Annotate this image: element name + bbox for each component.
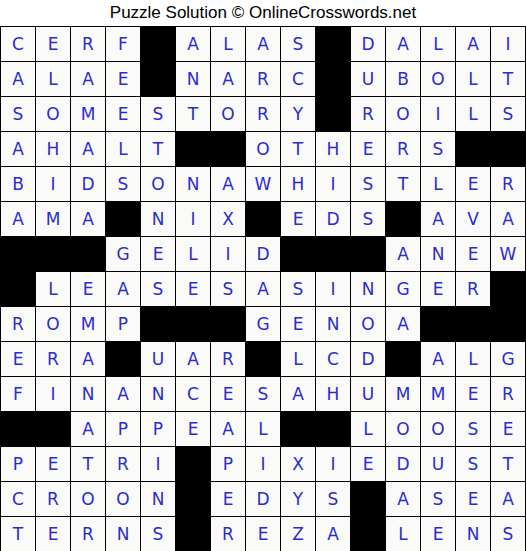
letter-cell: N xyxy=(106,517,141,551)
letter-cell: A xyxy=(386,237,421,272)
letter-cell: R xyxy=(211,342,246,377)
letter-cell: L xyxy=(456,342,491,377)
letter-cell: M xyxy=(71,97,106,132)
letter-cell: H xyxy=(316,132,351,167)
letter-cell: E xyxy=(211,482,246,517)
letter-cell: R xyxy=(246,62,281,97)
letter-cell: P xyxy=(211,447,246,482)
letter-cell: D xyxy=(246,482,281,517)
letter-cell: A xyxy=(421,342,456,377)
letter-cell: Z xyxy=(281,517,316,551)
letter-cell: W xyxy=(491,237,526,272)
black-cell xyxy=(456,307,491,342)
letter-cell: O xyxy=(421,412,456,447)
letter-cell: D xyxy=(246,237,281,272)
letter-cell: E xyxy=(421,272,456,307)
black-cell xyxy=(1,412,36,447)
letter-cell: P xyxy=(141,412,176,447)
letter-cell: H xyxy=(281,167,316,202)
letter-cell: R xyxy=(106,447,141,482)
black-cell xyxy=(351,517,386,551)
letter-cell: T xyxy=(71,447,106,482)
letter-cell: B xyxy=(1,167,36,202)
black-cell xyxy=(316,62,351,97)
letter-cell: O xyxy=(36,97,71,132)
letter-cell: E xyxy=(141,237,176,272)
black-cell xyxy=(421,307,456,342)
letter-cell: S xyxy=(456,447,491,482)
letter-cell: E xyxy=(351,447,386,482)
letter-cell: L xyxy=(211,27,246,62)
letter-cell: A xyxy=(1,62,36,97)
letter-cell: E xyxy=(176,412,211,447)
letter-cell: O xyxy=(386,97,421,132)
letter-cell: X xyxy=(211,202,246,237)
letter-cell: A xyxy=(316,517,351,551)
letter-cell: S xyxy=(106,167,141,202)
letter-cell: C xyxy=(1,27,36,62)
letter-cell: G xyxy=(386,272,421,307)
letter-cell: O xyxy=(246,132,281,167)
letter-cell: O xyxy=(36,307,71,342)
letter-cell: E xyxy=(491,412,526,447)
letter-cell: N xyxy=(141,202,176,237)
letter-cell: H xyxy=(36,132,71,167)
letter-cell: I xyxy=(36,377,71,412)
letter-cell: C xyxy=(176,377,211,412)
letter-cell: E xyxy=(36,447,71,482)
letter-cell: I xyxy=(176,202,211,237)
letter-cell: A xyxy=(246,27,281,62)
letter-cell: L xyxy=(106,132,141,167)
letter-cell: Y xyxy=(281,97,316,132)
letter-cell: S xyxy=(281,27,316,62)
letter-cell: D xyxy=(351,27,386,62)
letter-cell: E xyxy=(36,27,71,62)
letter-cell: M xyxy=(71,307,106,342)
letter-cell: E xyxy=(106,97,141,132)
letter-cell: T xyxy=(281,132,316,167)
letter-cell: I xyxy=(141,447,176,482)
letter-cell: S xyxy=(211,272,246,307)
black-cell xyxy=(491,132,526,167)
letter-cell: E xyxy=(176,272,211,307)
letter-cell: T xyxy=(386,167,421,202)
letter-cell: E xyxy=(456,237,491,272)
letter-cell: N xyxy=(176,167,211,202)
letter-cell: P xyxy=(106,307,141,342)
letter-cell: E xyxy=(456,167,491,202)
letter-cell: O xyxy=(141,167,176,202)
letter-cell: C xyxy=(281,62,316,97)
black-cell xyxy=(281,412,316,447)
letter-cell: R xyxy=(386,132,421,167)
black-cell xyxy=(351,237,386,272)
black-cell xyxy=(456,132,491,167)
letter-cell: P xyxy=(1,447,36,482)
letter-cell: L xyxy=(456,97,491,132)
crossword-grid: CERFALASDALAIALAENARCUBOLTSOMESTORYROILS… xyxy=(0,26,526,551)
letter-cell: A xyxy=(176,27,211,62)
letter-cell: I xyxy=(316,167,351,202)
black-cell xyxy=(176,447,211,482)
letter-cell: A xyxy=(386,307,421,342)
letter-cell: L xyxy=(246,412,281,447)
letter-cell: I xyxy=(36,167,71,202)
letter-cell: R xyxy=(1,307,36,342)
letter-cell: A xyxy=(386,27,421,62)
black-cell xyxy=(316,237,351,272)
letter-cell: F xyxy=(106,27,141,62)
black-cell xyxy=(351,482,386,517)
letter-cell: A xyxy=(71,62,106,97)
letter-cell: A xyxy=(106,377,141,412)
letter-cell: T xyxy=(491,62,526,97)
letter-cell: B xyxy=(386,62,421,97)
black-cell xyxy=(386,342,421,377)
letter-cell: A xyxy=(1,132,36,167)
black-cell xyxy=(71,237,106,272)
letter-cell: M xyxy=(386,377,421,412)
letter-cell: E xyxy=(1,342,36,377)
letter-cell: N xyxy=(141,482,176,517)
letter-cell: E xyxy=(211,377,246,412)
letter-cell: S xyxy=(281,272,316,307)
letter-cell: G xyxy=(246,307,281,342)
letter-cell: Y xyxy=(281,482,316,517)
letter-cell: S xyxy=(456,412,491,447)
letter-cell: I xyxy=(421,97,456,132)
letter-cell: A xyxy=(491,482,526,517)
letter-cell: S xyxy=(141,97,176,132)
letter-cell: I xyxy=(246,447,281,482)
black-cell xyxy=(176,517,211,551)
black-cell xyxy=(491,307,526,342)
letter-cell: A xyxy=(1,202,36,237)
letter-cell: T xyxy=(176,97,211,132)
black-cell xyxy=(1,272,36,307)
letter-cell: L xyxy=(351,412,386,447)
letter-cell: O xyxy=(386,412,421,447)
letter-cell: V xyxy=(456,202,491,237)
letter-cell: O xyxy=(71,482,106,517)
letter-cell: E xyxy=(456,377,491,412)
letter-cell: O xyxy=(421,62,456,97)
puzzle-page: Puzzle Solution © OnlineCrosswords.net C… xyxy=(0,0,526,551)
black-cell xyxy=(141,62,176,97)
letter-cell: L xyxy=(456,62,491,97)
black-cell xyxy=(176,307,211,342)
letter-cell: A xyxy=(281,377,316,412)
letter-cell: F xyxy=(1,377,36,412)
letter-cell: N xyxy=(351,272,386,307)
letter-cell: R xyxy=(211,517,246,551)
black-cell xyxy=(316,27,351,62)
black-cell xyxy=(386,202,421,237)
letter-cell: I xyxy=(491,27,526,62)
black-cell xyxy=(316,97,351,132)
letter-cell: R xyxy=(246,97,281,132)
letter-cell: S xyxy=(351,167,386,202)
letter-cell: I xyxy=(316,272,351,307)
letter-cell: A xyxy=(386,482,421,517)
letter-cell: R xyxy=(351,97,386,132)
letter-cell: P xyxy=(106,412,141,447)
letter-cell: E xyxy=(71,272,106,307)
black-cell xyxy=(176,482,211,517)
letter-cell: R xyxy=(491,377,526,412)
black-cell xyxy=(141,307,176,342)
letter-cell: R xyxy=(71,27,106,62)
letter-cell: U xyxy=(141,342,176,377)
letter-cell: S xyxy=(316,482,351,517)
letter-cell: A xyxy=(491,202,526,237)
black-cell xyxy=(1,237,36,272)
black-cell xyxy=(246,342,281,377)
letter-cell: E xyxy=(281,202,316,237)
black-cell xyxy=(316,412,351,447)
black-cell xyxy=(211,132,246,167)
letter-cell: T xyxy=(141,132,176,167)
letter-cell: S xyxy=(141,517,176,551)
letter-cell: N xyxy=(421,237,456,272)
letter-cell: T xyxy=(1,517,36,551)
letter-cell: A xyxy=(421,202,456,237)
letter-cell: R xyxy=(456,272,491,307)
letter-cell: X xyxy=(281,447,316,482)
letter-cell: E xyxy=(281,307,316,342)
letter-cell: L xyxy=(176,237,211,272)
letter-cell: L xyxy=(36,272,71,307)
letter-cell: N xyxy=(316,307,351,342)
letter-cell: L xyxy=(421,167,456,202)
letter-cell: A xyxy=(456,27,491,62)
letter-cell: M xyxy=(36,202,71,237)
letter-cell: O xyxy=(211,97,246,132)
letter-cell: N xyxy=(71,377,106,412)
letter-cell: L xyxy=(421,27,456,62)
black-cell xyxy=(141,27,176,62)
letter-cell: E xyxy=(421,517,456,551)
letter-cell: A xyxy=(71,132,106,167)
letter-cell: C xyxy=(316,342,351,377)
page-title: Puzzle Solution © OnlineCrosswords.net xyxy=(0,0,526,26)
letter-cell: E xyxy=(246,517,281,551)
letter-cell: S xyxy=(491,517,526,551)
black-cell xyxy=(491,272,526,307)
letter-cell: R xyxy=(491,167,526,202)
letter-cell: A xyxy=(246,272,281,307)
letter-cell: N xyxy=(141,377,176,412)
letter-cell: E xyxy=(456,482,491,517)
letter-cell: U xyxy=(351,62,386,97)
letter-cell: L xyxy=(386,517,421,551)
letter-cell: A xyxy=(211,167,246,202)
letter-cell: H xyxy=(316,377,351,412)
letter-cell: D xyxy=(71,167,106,202)
letter-cell: O xyxy=(351,307,386,342)
letter-cell: D xyxy=(316,202,351,237)
black-cell xyxy=(246,202,281,237)
letter-cell: R xyxy=(36,342,71,377)
letter-cell: W xyxy=(246,167,281,202)
letter-cell: S xyxy=(421,482,456,517)
letter-cell: R xyxy=(71,517,106,551)
black-cell xyxy=(106,342,141,377)
letter-cell: A xyxy=(176,342,211,377)
letter-cell: U xyxy=(421,447,456,482)
letter-cell: S xyxy=(141,272,176,307)
letter-cell: S xyxy=(1,97,36,132)
letter-cell: O xyxy=(106,482,141,517)
letter-cell: I xyxy=(211,237,246,272)
letter-cell: D xyxy=(386,447,421,482)
letter-cell: S xyxy=(351,202,386,237)
black-cell xyxy=(176,132,211,167)
letter-cell: I xyxy=(316,447,351,482)
letter-cell: N xyxy=(176,62,211,97)
letter-cell: G xyxy=(106,237,141,272)
letter-cell: T xyxy=(491,447,526,482)
black-cell xyxy=(106,202,141,237)
letter-cell: S xyxy=(246,377,281,412)
black-cell xyxy=(211,307,246,342)
letter-cell: A xyxy=(71,412,106,447)
letter-cell: U xyxy=(351,377,386,412)
letter-cell: L xyxy=(281,342,316,377)
letter-cell: S xyxy=(491,97,526,132)
letter-cell: A xyxy=(71,202,106,237)
letter-cell: E xyxy=(106,62,141,97)
letter-cell: R xyxy=(36,482,71,517)
letter-cell: A xyxy=(211,62,246,97)
letter-cell: E xyxy=(36,517,71,551)
letter-cell: D xyxy=(351,342,386,377)
letter-cell: E xyxy=(351,132,386,167)
letter-cell: C xyxy=(1,482,36,517)
black-cell xyxy=(36,237,71,272)
letter-cell: A xyxy=(71,342,106,377)
black-cell xyxy=(36,412,71,447)
black-cell xyxy=(281,237,316,272)
letter-cell: M xyxy=(421,377,456,412)
letter-cell: L xyxy=(36,62,71,97)
letter-cell: A xyxy=(211,412,246,447)
letter-cell: S xyxy=(421,132,456,167)
letter-cell: N xyxy=(456,517,491,551)
letter-cell: A xyxy=(106,272,141,307)
letter-cell: G xyxy=(491,342,526,377)
